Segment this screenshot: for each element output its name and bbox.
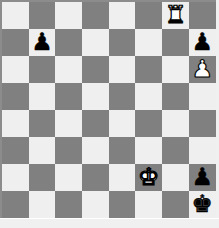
square-b2[interactable] xyxy=(29,164,56,191)
square-b4[interactable] xyxy=(29,110,56,137)
square-d3[interactable] xyxy=(82,137,109,164)
square-f7[interactable] xyxy=(135,29,162,56)
white-king: ♚ xyxy=(138,165,160,189)
black-king: ♚ xyxy=(191,192,213,216)
white-pawn: ♟ xyxy=(191,57,213,81)
square-d2[interactable] xyxy=(82,164,109,191)
square-b5[interactable] xyxy=(29,83,56,110)
square-a5[interactable] xyxy=(2,83,29,110)
square-h5[interactable] xyxy=(189,83,216,110)
black-pawn: ♟ xyxy=(31,30,53,54)
square-h1[interactable]: ♚ xyxy=(189,191,216,218)
square-g7[interactable] xyxy=(162,29,189,56)
square-d5[interactable] xyxy=(82,83,109,110)
square-f3[interactable] xyxy=(135,137,162,164)
black-pawn: ♟ xyxy=(191,165,213,189)
square-f2[interactable]: ♚ xyxy=(135,164,162,191)
square-a6[interactable] xyxy=(2,56,29,83)
square-f6[interactable] xyxy=(135,56,162,83)
square-a4[interactable] xyxy=(2,110,29,137)
square-e3[interactable] xyxy=(109,137,136,164)
square-e5[interactable] xyxy=(109,83,136,110)
square-f8[interactable] xyxy=(135,2,162,29)
square-c5[interactable] xyxy=(55,83,82,110)
square-g1[interactable] xyxy=(162,191,189,218)
square-h2[interactable]: ♟ xyxy=(189,164,216,191)
square-a3[interactable] xyxy=(2,137,29,164)
square-c6[interactable] xyxy=(55,56,82,83)
chess-board-frame: ♜♟♟♟♚♟♚ xyxy=(0,0,216,218)
square-e2[interactable] xyxy=(109,164,136,191)
square-a1[interactable] xyxy=(2,191,29,218)
square-e4[interactable] xyxy=(109,110,136,137)
square-b7[interactable]: ♟ xyxy=(29,29,56,56)
square-e8[interactable] xyxy=(109,2,136,29)
square-c1[interactable] xyxy=(55,191,82,218)
square-c8[interactable] xyxy=(55,2,82,29)
square-b3[interactable] xyxy=(29,137,56,164)
white-rook: ♜ xyxy=(165,3,187,27)
square-d4[interactable] xyxy=(82,110,109,137)
square-a8[interactable] xyxy=(2,2,29,29)
square-g2[interactable] xyxy=(162,164,189,191)
square-d8[interactable] xyxy=(82,2,109,29)
window-background-right xyxy=(216,0,219,228)
square-c4[interactable] xyxy=(55,110,82,137)
square-g3[interactable] xyxy=(162,137,189,164)
square-c2[interactable] xyxy=(55,164,82,191)
square-b6[interactable] xyxy=(29,56,56,83)
square-c3[interactable] xyxy=(55,137,82,164)
square-b8[interactable] xyxy=(29,2,56,29)
square-a7[interactable] xyxy=(2,29,29,56)
chess-board: ♜♟♟♟♚♟♚ xyxy=(2,2,216,218)
square-g8[interactable]: ♜ xyxy=(162,2,189,29)
square-f5[interactable] xyxy=(135,83,162,110)
square-g5[interactable] xyxy=(162,83,189,110)
square-g6[interactable] xyxy=(162,56,189,83)
square-f1[interactable] xyxy=(135,191,162,218)
chess-app-window: ♜♟♟♟♚♟♚ xyxy=(0,0,219,228)
square-h6[interactable]: ♟ xyxy=(189,56,216,83)
square-d7[interactable] xyxy=(82,29,109,56)
square-d1[interactable] xyxy=(82,191,109,218)
square-g4[interactable] xyxy=(162,110,189,137)
square-h4[interactable] xyxy=(189,110,216,137)
square-f4[interactable] xyxy=(135,110,162,137)
square-h8[interactable] xyxy=(189,2,216,29)
square-h7[interactable]: ♟ xyxy=(189,29,216,56)
window-background-strip xyxy=(0,218,219,228)
black-pawn: ♟ xyxy=(191,30,213,54)
square-e7[interactable] xyxy=(109,29,136,56)
square-a2[interactable] xyxy=(2,164,29,191)
square-e6[interactable] xyxy=(109,56,136,83)
square-h3[interactable] xyxy=(189,137,216,164)
square-c7[interactable] xyxy=(55,29,82,56)
square-e1[interactable] xyxy=(109,191,136,218)
square-d6[interactable] xyxy=(82,56,109,83)
square-b1[interactable] xyxy=(29,191,56,218)
